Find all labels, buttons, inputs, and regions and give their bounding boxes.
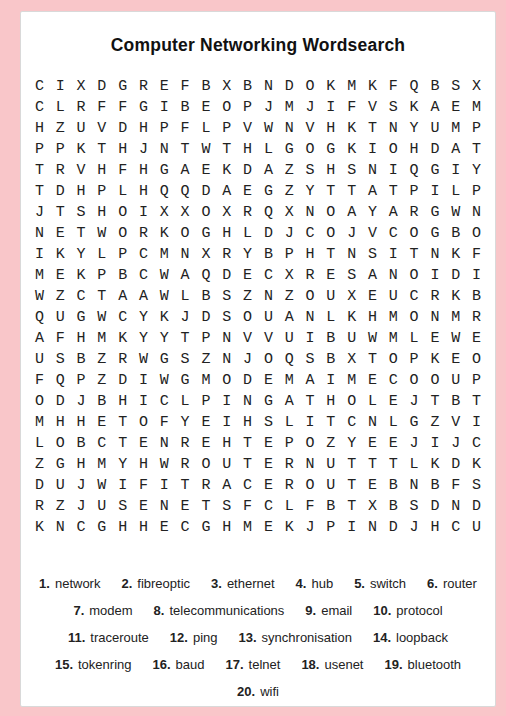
grid-cell[interactable]: F [50, 328, 71, 349]
grid-cell[interactable]: E [362, 286, 383, 307]
grid-cell[interactable]: L [383, 412, 404, 433]
grid-cell[interactable]: O [300, 433, 321, 454]
grid-cell[interactable]: W [133, 349, 154, 370]
grid-cell[interactable]: T [320, 181, 341, 202]
grid-cell[interactable]: U [71, 118, 92, 139]
grid-cell[interactable]: X [279, 202, 300, 223]
grid-cell[interactable]: W [154, 265, 175, 286]
grid-cell[interactable]: O [216, 370, 237, 391]
grid-cell[interactable]: M [154, 244, 175, 265]
grid-cell[interactable]: E [258, 517, 279, 538]
grid-cell[interactable]: H [133, 181, 154, 202]
grid-cell[interactable]: O [258, 349, 279, 370]
grid-cell[interactable]: P [50, 139, 71, 160]
grid-cell[interactable]: X [341, 349, 362, 370]
grid-cell[interactable]: E [258, 433, 279, 454]
grid-cell[interactable]: E [258, 454, 279, 475]
grid-cell[interactable]: J [279, 223, 300, 244]
grid-cell[interactable]: R [133, 223, 154, 244]
grid-cell[interactable]: N [279, 118, 300, 139]
grid-cell[interactable]: V [237, 328, 258, 349]
grid-cell[interactable]: K [404, 97, 425, 118]
grid-cell[interactable]: A [445, 139, 466, 160]
grid-cell[interactable]: G [404, 412, 425, 433]
grid-cell[interactable]: Y [237, 244, 258, 265]
grid-cell[interactable]: O [196, 202, 217, 223]
grid-cell[interactable]: R [279, 475, 300, 496]
grid-cell[interactable]: V [445, 412, 466, 433]
grid-cell[interactable]: K [341, 307, 362, 328]
grid-cell[interactable]: R [196, 475, 217, 496]
grid-cell[interactable]: N [29, 223, 50, 244]
grid-cell[interactable]: N [362, 412, 383, 433]
grid-cell[interactable]: O [29, 391, 50, 412]
grid-cell[interactable]: S [362, 244, 383, 265]
grid-cell[interactable]: T [404, 244, 425, 265]
grid-cell[interactable]: Y [133, 328, 154, 349]
grid-cell[interactable]: V [258, 328, 279, 349]
grid-cell[interactable]: W [445, 328, 466, 349]
grid-cell[interactable]: Y [112, 454, 133, 475]
grid-cell[interactable]: P [154, 118, 175, 139]
grid-cell[interactable]: G [91, 517, 112, 538]
grid-cell[interactable]: C [91, 433, 112, 454]
grid-cell[interactable]: I [216, 391, 237, 412]
grid-cell[interactable]: X [154, 202, 175, 223]
grid-cell[interactable]: H [320, 160, 341, 181]
grid-cell[interactable]: G [425, 223, 446, 244]
grid-cell[interactable]: N [258, 286, 279, 307]
grid-cell[interactable]: N [404, 475, 425, 496]
grid-cell[interactable]: R [279, 454, 300, 475]
grid-cell[interactable]: S [216, 286, 237, 307]
grid-cell[interactable]: B [445, 223, 466, 244]
grid-cell[interactable]: S [216, 307, 237, 328]
grid-cell[interactable]: L [91, 244, 112, 265]
grid-cell[interactable]: Q [196, 265, 217, 286]
grid-cell[interactable]: N [362, 517, 383, 538]
grid-cell[interactable]: L [175, 286, 196, 307]
grid-cell[interactable]: H [404, 139, 425, 160]
grid-cell[interactable]: B [383, 475, 404, 496]
grid-cell[interactable]: O [404, 265, 425, 286]
grid-cell[interactable]: W [154, 454, 175, 475]
grid-cell[interactable]: X [466, 76, 487, 97]
grid-cell[interactable]: B [196, 76, 217, 97]
grid-cell[interactable]: J [29, 202, 50, 223]
grid-cell[interactable]: K [425, 349, 446, 370]
grid-cell[interactable]: N [383, 118, 404, 139]
grid-cell[interactable]: Q [404, 160, 425, 181]
grid-cell[interactable]: R [425, 286, 446, 307]
grid-cell[interactable]: H [300, 244, 321, 265]
grid-cell[interactable]: U [466, 517, 487, 538]
grid-cell[interactable]: I [50, 76, 71, 97]
grid-cell[interactable]: L [29, 433, 50, 454]
grid-cell[interactable]: G [258, 181, 279, 202]
grid-cell[interactable]: I [341, 517, 362, 538]
grid-cell[interactable]: E [154, 517, 175, 538]
grid-cell[interactable]: O [300, 475, 321, 496]
grid-cell[interactable]: A [383, 202, 404, 223]
grid-cell[interactable]: E [154, 76, 175, 97]
grid-cell[interactable]: L [237, 223, 258, 244]
grid-cell[interactable]: G [175, 370, 196, 391]
grid-cell[interactable]: O [425, 370, 446, 391]
grid-cell[interactable]: O [112, 223, 133, 244]
grid-cell[interactable]: G [196, 223, 217, 244]
grid-cell[interactable]: T [29, 160, 50, 181]
grid-cell[interactable]: J [71, 496, 92, 517]
grid-cell[interactable]: V [237, 118, 258, 139]
grid-cell[interactable]: Q [404, 76, 425, 97]
grid-cell[interactable]: D [237, 160, 258, 181]
grid-cell[interactable]: F [112, 160, 133, 181]
grid-cell[interactable]: I [112, 475, 133, 496]
grid-cell[interactable]: I [383, 160, 404, 181]
grid-cell[interactable]: O [404, 223, 425, 244]
grid-cell[interactable]: A [175, 160, 196, 181]
grid-cell[interactable]: W [91, 475, 112, 496]
grid-cell[interactable]: B [320, 328, 341, 349]
grid-cell[interactable]: E [196, 412, 217, 433]
grid-cell[interactable]: M [91, 328, 112, 349]
grid-cell[interactable]: F [445, 475, 466, 496]
grid-cell[interactable]: Q [175, 181, 196, 202]
grid-cell[interactable]: E [362, 475, 383, 496]
grid-cell[interactable]: O [383, 349, 404, 370]
grid-cell[interactable]: T [112, 433, 133, 454]
grid-cell[interactable]: P [237, 97, 258, 118]
grid-cell[interactable]: Z [237, 286, 258, 307]
grid-cell[interactable]: G [50, 454, 71, 475]
grid-cell[interactable]: H [112, 139, 133, 160]
grid-cell[interactable]: Y [341, 433, 362, 454]
grid-cell[interactable]: L [445, 181, 466, 202]
grid-cell[interactable]: E [258, 475, 279, 496]
grid-cell[interactable]: T [466, 391, 487, 412]
grid-cell[interactable]: B [425, 475, 446, 496]
grid-cell[interactable]: M [445, 307, 466, 328]
grid-cell[interactable]: M [91, 454, 112, 475]
grid-cell[interactable]: N [216, 328, 237, 349]
grid-cell[interactable]: W [154, 370, 175, 391]
grid-cell[interactable]: K [154, 223, 175, 244]
grid-cell[interactable]: J [404, 391, 425, 412]
grid-cell[interactable]: I [154, 475, 175, 496]
grid-cell[interactable]: C [175, 517, 196, 538]
grid-cell[interactable]: U [29, 349, 50, 370]
grid-cell[interactable]: R [300, 265, 321, 286]
grid-cell[interactable]: T [237, 454, 258, 475]
grid-cell[interactable]: F [341, 97, 362, 118]
grid-cell[interactable]: C [29, 97, 50, 118]
grid-cell[interactable]: I [425, 181, 446, 202]
grid-cell[interactable]: D [466, 496, 487, 517]
grid-cell[interactable]: U [320, 475, 341, 496]
grid-cell[interactable]: S [175, 349, 196, 370]
grid-cell[interactable]: E [133, 496, 154, 517]
grid-cell[interactable]: N [445, 496, 466, 517]
grid-cell[interactable]: N [425, 244, 446, 265]
grid-cell[interactable]: O [216, 97, 237, 118]
grid-cell[interactable]: J [404, 517, 425, 538]
grid-cell[interactable]: T [300, 391, 321, 412]
grid-cell[interactable]: I [445, 160, 466, 181]
grid-cell[interactable]: A [133, 286, 154, 307]
grid-cell[interactable]: H [50, 412, 71, 433]
grid-cell[interactable]: B [237, 76, 258, 97]
grid-cell[interactable]: T [237, 433, 258, 454]
grid-cell[interactable]: R [216, 244, 237, 265]
grid-cell[interactable]: S [50, 349, 71, 370]
grid-cell[interactable]: E [196, 433, 217, 454]
grid-cell[interactable]: Z [279, 160, 300, 181]
grid-cell[interactable]: S [300, 160, 321, 181]
grid-cell[interactable]: H [133, 517, 154, 538]
grid-cell[interactable]: Z [50, 118, 71, 139]
grid-cell[interactable]: I [29, 244, 50, 265]
grid-cell[interactable]: U [341, 328, 362, 349]
grid-cell[interactable]: T [425, 391, 446, 412]
grid-cell[interactable]: E [50, 223, 71, 244]
grid-cell[interactable]: A [216, 475, 237, 496]
grid-cell[interactable]: M [445, 118, 466, 139]
grid-cell[interactable]: B [71, 349, 92, 370]
grid-cell[interactable]: T [383, 181, 404, 202]
grid-cell[interactable]: E [383, 433, 404, 454]
grid-cell[interactable]: F [29, 370, 50, 391]
grid-cell[interactable]: K [279, 517, 300, 538]
grid-cell[interactable]: T [29, 181, 50, 202]
grid-cell[interactable]: O [112, 202, 133, 223]
grid-cell[interactable]: U [320, 286, 341, 307]
grid-cell[interactable]: B [445, 391, 466, 412]
grid-cell[interactable]: S [445, 76, 466, 97]
grid-cell[interactable]: C [154, 391, 175, 412]
grid-cell[interactable]: A [279, 391, 300, 412]
grid-cell[interactable]: M [29, 412, 50, 433]
grid-cell[interactable]: N [216, 349, 237, 370]
grid-cell[interactable]: K [362, 76, 383, 97]
grid-cell[interactable]: I [466, 265, 487, 286]
grid-cell[interactable]: M [279, 370, 300, 391]
grid-cell[interactable]: K [445, 286, 466, 307]
grid-cell[interactable]: P [279, 244, 300, 265]
grid-cell[interactable]: H [112, 391, 133, 412]
grid-cell[interactable]: E [196, 160, 217, 181]
grid-cell[interactable]: L [404, 328, 425, 349]
grid-cell[interactable]: H [91, 202, 112, 223]
grid-cell[interactable]: X [175, 202, 196, 223]
grid-cell[interactable]: E [320, 265, 341, 286]
grid-cell[interactable]: T [362, 454, 383, 475]
grid-cell[interactable]: S [404, 496, 425, 517]
grid-cell[interactable]: X [71, 76, 92, 97]
grid-cell[interactable]: H [29, 118, 50, 139]
grid-cell[interactable]: M [383, 328, 404, 349]
grid-cell[interactable]: J [341, 223, 362, 244]
grid-cell[interactable]: G [425, 202, 446, 223]
grid-cell[interactable]: N [175, 244, 196, 265]
grid-cell[interactable]: G [112, 76, 133, 97]
grid-cell[interactable]: O [466, 349, 487, 370]
grid-cell[interactable]: J [445, 433, 466, 454]
grid-cell[interactable]: T [196, 496, 217, 517]
grid-cell[interactable]: U [258, 307, 279, 328]
grid-cell[interactable]: O [196, 454, 217, 475]
grid-cell[interactable]: H [320, 118, 341, 139]
grid-cell[interactable]: E [466, 328, 487, 349]
grid-cell[interactable]: U [320, 454, 341, 475]
grid-cell[interactable]: T [362, 118, 383, 139]
grid-cell[interactable]: P [112, 244, 133, 265]
grid-cell[interactable]: N [258, 76, 279, 97]
grid-cell[interactable]: B [196, 286, 217, 307]
grid-cell[interactable]: U [50, 475, 71, 496]
grid-cell[interactable]: B [320, 496, 341, 517]
grid-cell[interactable]: H [362, 307, 383, 328]
grid-cell[interactable]: O [320, 223, 341, 244]
grid-cell[interactable]: N [466, 202, 487, 223]
grid-cell[interactable]: F [154, 412, 175, 433]
grid-cell[interactable]: J [237, 349, 258, 370]
grid-cell[interactable]: P [466, 118, 487, 139]
grid-cell[interactable]: Z [50, 496, 71, 517]
grid-cell[interactable]: Z [29, 454, 50, 475]
grid-cell[interactable]: Y [466, 160, 487, 181]
grid-cell[interactable]: C [237, 475, 258, 496]
grid-cell[interactable]: T [112, 412, 133, 433]
grid-cell[interactable]: L [404, 454, 425, 475]
grid-cell[interactable]: S [341, 160, 362, 181]
grid-cell[interactable]: A [300, 370, 321, 391]
grid-cell[interactable]: V [71, 160, 92, 181]
grid-cell[interactable]: N [341, 244, 362, 265]
grid-cell[interactable]: B [466, 286, 487, 307]
grid-cell[interactable]: A [216, 181, 237, 202]
grid-cell[interactable]: I [362, 139, 383, 160]
grid-cell[interactable]: K [445, 244, 466, 265]
grid-cell[interactable]: F [383, 76, 404, 97]
grid-cell[interactable]: M [237, 517, 258, 538]
grid-cell[interactable]: D [216, 265, 237, 286]
grid-cell[interactable]: K [50, 244, 71, 265]
grid-cell[interactable]: Z [196, 349, 217, 370]
grid-cell[interactable]: M [279, 97, 300, 118]
grid-cell[interactable]: W [362, 328, 383, 349]
grid-cell[interactable]: T [175, 139, 196, 160]
grid-cell[interactable]: N [50, 517, 71, 538]
grid-cell[interactable]: G [154, 349, 175, 370]
grid-cell[interactable]: U [445, 370, 466, 391]
grid-cell[interactable]: T [71, 223, 92, 244]
grid-cell[interactable]: G [279, 139, 300, 160]
grid-cell[interactable]: E [383, 391, 404, 412]
grid-cell[interactable]: E [196, 97, 217, 118]
grid-cell[interactable]: Q [154, 181, 175, 202]
grid-cell[interactable]: N [383, 265, 404, 286]
grid-cell[interactable]: A [175, 265, 196, 286]
grid-cell[interactable]: L [279, 412, 300, 433]
grid-cell[interactable]: C [258, 265, 279, 286]
grid-cell[interactable]: A [258, 160, 279, 181]
grid-cell[interactable]: O [466, 223, 487, 244]
grid-cell[interactable]: R [175, 433, 196, 454]
grid-cell[interactable]: P [404, 349, 425, 370]
grid-cell[interactable]: K [425, 454, 446, 475]
grid-cell[interactable]: H [425, 517, 446, 538]
grid-cell[interactable]: B [258, 244, 279, 265]
grid-cell[interactable]: P [320, 517, 341, 538]
grid-cell[interactable]: T [320, 244, 341, 265]
grid-cell[interactable]: I [154, 97, 175, 118]
grid-cell[interactable]: L [196, 118, 217, 139]
grid-cell[interactable]: O [300, 76, 321, 97]
grid-cell[interactable]: H [133, 454, 154, 475]
grid-cell[interactable]: B [320, 349, 341, 370]
grid-cell[interactable]: W [445, 202, 466, 223]
grid-cell[interactable]: J [300, 97, 321, 118]
grid-cell[interactable]: L [50, 97, 71, 118]
grid-cell[interactable]: E [50, 265, 71, 286]
grid-cell[interactable]: K [341, 118, 362, 139]
grid-cell[interactable]: P [196, 328, 217, 349]
grid-cell[interactable]: A [362, 265, 383, 286]
grid-cell[interactable]: U [216, 454, 237, 475]
grid-cell[interactable]: O [404, 370, 425, 391]
grid-cell[interactable]: T [362, 349, 383, 370]
grid-cell[interactable]: T [175, 328, 196, 349]
grid-cell[interactable]: E [362, 370, 383, 391]
grid-cell[interactable]: Y [404, 118, 425, 139]
grid-cell[interactable]: C [383, 223, 404, 244]
grid-cell[interactable]: N [154, 433, 175, 454]
grid-cell[interactable]: T [341, 496, 362, 517]
grid-cell[interactable]: H [133, 160, 154, 181]
grid-cell[interactable]: N [300, 307, 321, 328]
grid-cell[interactable]: H [112, 517, 133, 538]
grid-cell[interactable]: H [237, 139, 258, 160]
grid-cell[interactable]: V [362, 97, 383, 118]
grid-cell[interactable]: X [362, 496, 383, 517]
grid-cell[interactable]: N [154, 139, 175, 160]
grid-cell[interactable]: D [445, 454, 466, 475]
grid-cell[interactable]: U [279, 328, 300, 349]
grid-cell[interactable]: E [91, 412, 112, 433]
grid-cell[interactable]: X [341, 286, 362, 307]
grid-cell[interactable]: M [341, 76, 362, 97]
grid-cell[interactable]: T [50, 202, 71, 223]
grid-cell[interactable]: E [175, 496, 196, 517]
grid-cell[interactable]: D [91, 76, 112, 97]
grid-cell[interactable]: F [175, 118, 196, 139]
grid-cell[interactable]: F [112, 97, 133, 118]
grid-cell[interactable]: D [425, 496, 446, 517]
grid-cell[interactable]: C [71, 286, 92, 307]
grid-cell[interactable]: P [71, 370, 92, 391]
grid-cell[interactable]: O [320, 202, 341, 223]
grid-cell[interactable]: H [71, 454, 92, 475]
grid-cell[interactable]: A [425, 97, 446, 118]
grid-cell[interactable]: I [300, 412, 321, 433]
grid-cell[interactable]: T [216, 139, 237, 160]
grid-cell[interactable]: L [112, 181, 133, 202]
grid-cell[interactable]: V [362, 223, 383, 244]
grid-cell[interactable]: K [320, 76, 341, 97]
grid-cell[interactable]: K [71, 139, 92, 160]
grid-cell[interactable]: K [112, 328, 133, 349]
